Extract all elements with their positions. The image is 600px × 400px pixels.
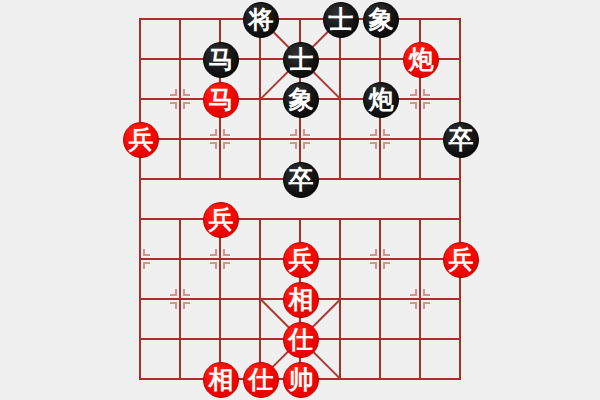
grid-vline	[139, 18, 141, 380]
piece-glyph: 马	[209, 47, 234, 72]
piece-red-horse[interactable]: 马	[203, 82, 239, 118]
position-marker	[183, 302, 190, 309]
position-marker	[143, 249, 150, 256]
piece-black-elephant[interactable]: 象	[283, 82, 319, 118]
grid-vline	[459, 18, 461, 380]
position-marker	[423, 289, 430, 296]
piece-glyph: 仕	[289, 327, 314, 352]
grid-vline	[219, 218, 221, 380]
piece-black-advisor[interactable]: 士	[283, 42, 319, 78]
position-marker	[223, 142, 230, 149]
piece-glyph: 卒	[449, 127, 474, 152]
position-marker	[383, 249, 390, 256]
piece-red-elephant[interactable]: 相	[203, 362, 239, 398]
position-marker	[290, 142, 297, 149]
piece-red-soldier[interactable]: 兵	[283, 242, 319, 278]
piece-glyph: 炮	[409, 47, 434, 72]
piece-black-soldier[interactable]: 卒	[443, 122, 479, 158]
piece-black-general[interactable]: 将	[243, 2, 279, 38]
xiangqi-board[interactable]: 将士象马士炮马象炮兵卒卒兵兵兵相仕相仕帅	[140, 19, 460, 379]
piece-glyph: 仕	[249, 367, 274, 392]
position-marker	[383, 129, 390, 136]
piece-glyph: 象	[289, 87, 314, 112]
position-marker	[223, 129, 230, 136]
piece-red-advisor[interactable]: 仕	[243, 362, 279, 398]
position-marker	[290, 129, 297, 136]
piece-glyph: 炮	[369, 87, 394, 112]
position-marker	[223, 262, 230, 269]
piece-glyph: 象	[369, 7, 394, 32]
position-marker	[143, 262, 150, 269]
position-marker	[183, 289, 190, 296]
piece-glyph: 相	[289, 287, 314, 312]
position-marker	[383, 262, 390, 269]
piece-glyph: 兵	[289, 247, 314, 272]
position-marker	[223, 249, 230, 256]
position-marker	[370, 262, 377, 269]
piece-red-soldier[interactable]: 兵	[203, 202, 239, 238]
position-marker	[423, 302, 430, 309]
piece-black-soldier[interactable]: 卒	[283, 162, 319, 198]
position-marker	[370, 129, 377, 136]
piece-black-advisor[interactable]: 士	[323, 2, 359, 38]
position-marker	[170, 102, 177, 109]
piece-glyph: 相	[209, 367, 234, 392]
position-marker	[370, 142, 377, 149]
position-marker	[210, 249, 217, 256]
position-marker	[303, 142, 310, 149]
piece-red-general[interactable]: 帅	[283, 362, 319, 398]
position-marker	[210, 129, 217, 136]
position-marker	[410, 102, 417, 109]
grid-vline	[179, 218, 181, 380]
piece-glyph: 兵	[129, 127, 154, 152]
piece-glyph: 士	[289, 47, 314, 72]
piece-black-cannon[interactable]: 炮	[363, 82, 399, 118]
position-marker	[383, 142, 390, 149]
position-marker	[410, 302, 417, 309]
piece-glyph: 将	[249, 7, 274, 32]
position-marker	[170, 302, 177, 309]
grid-vline	[179, 18, 181, 180]
position-marker	[303, 129, 310, 136]
position-marker	[183, 89, 190, 96]
grid-vline	[419, 218, 421, 380]
piece-black-horse[interactable]: 马	[203, 42, 239, 78]
piece-glyph: 卒	[289, 167, 314, 192]
position-marker	[170, 289, 177, 296]
piece-glyph: 马	[209, 87, 234, 112]
piece-red-soldier[interactable]: 兵	[443, 242, 479, 278]
position-marker	[370, 249, 377, 256]
screenshot-background: 将士象马士炮马象炮兵卒卒兵兵兵相仕相仕帅	[0, 0, 600, 400]
position-marker	[210, 262, 217, 269]
grid-vline	[379, 218, 381, 380]
piece-glyph: 帅	[289, 367, 314, 392]
piece-glyph: 兵	[209, 207, 234, 232]
position-marker	[423, 102, 430, 109]
position-marker	[423, 89, 430, 96]
position-marker	[410, 289, 417, 296]
piece-red-advisor[interactable]: 仕	[283, 322, 319, 358]
position-marker	[410, 89, 417, 96]
piece-red-elephant[interactable]: 相	[283, 282, 319, 318]
piece-glyph: 兵	[449, 247, 474, 272]
piece-glyph: 士	[329, 7, 354, 32]
position-marker	[210, 142, 217, 149]
piece-black-elephant[interactable]: 象	[363, 2, 399, 38]
position-marker	[183, 102, 190, 109]
piece-red-soldier[interactable]: 兵	[123, 122, 159, 158]
position-marker	[170, 89, 177, 96]
piece-red-cannon[interactable]: 炮	[403, 42, 439, 78]
